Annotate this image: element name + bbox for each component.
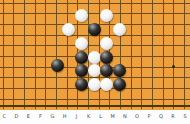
column-label: K bbox=[87, 113, 90, 119]
star-point bbox=[172, 65, 175, 68]
column-labels-strip: CDEFGHJKLMNOPQRS bbox=[0, 110, 190, 124]
column-label: F bbox=[39, 113, 42, 119]
grid-line-horizontal bbox=[0, 99, 190, 100]
white-stone[interactable] bbox=[75, 9, 88, 22]
grid-line-vertical bbox=[120, 0, 121, 109]
white-stone[interactable] bbox=[88, 51, 101, 64]
grid-line-vertical bbox=[3, 0, 4, 109]
grid-line-vertical bbox=[13, 0, 14, 109]
grid-line-vertical bbox=[24, 0, 25, 109]
column-label: Q bbox=[159, 113, 163, 119]
white-stone[interactable] bbox=[75, 37, 88, 50]
column-label: J bbox=[76, 113, 77, 119]
column-label: D bbox=[14, 113, 18, 119]
column-label: L bbox=[99, 113, 102, 119]
grid-line-vertical bbox=[131, 0, 132, 109]
black-stone[interactable] bbox=[113, 64, 126, 77]
column-label: M bbox=[111, 113, 115, 119]
black-stone[interactable] bbox=[100, 64, 113, 77]
board-bottom-edge bbox=[0, 105, 190, 107]
black-stone[interactable] bbox=[51, 59, 64, 72]
grid-line-horizontal bbox=[0, 13, 190, 14]
column-label: O bbox=[135, 113, 139, 119]
grid-line-vertical bbox=[163, 0, 164, 109]
white-stone[interactable] bbox=[100, 78, 113, 91]
grid-line-vertical bbox=[152, 0, 153, 109]
go-board[interactable] bbox=[0, 0, 190, 110]
grid-line-horizontal bbox=[0, 3, 190, 4]
white-stone[interactable] bbox=[88, 78, 101, 91]
black-stone[interactable] bbox=[75, 78, 88, 91]
column-label: N bbox=[123, 113, 127, 119]
column-label: R bbox=[171, 113, 174, 119]
black-stone[interactable] bbox=[88, 23, 101, 36]
column-label: S bbox=[183, 113, 186, 119]
grid-line-vertical bbox=[56, 0, 57, 109]
column-label: P bbox=[147, 113, 150, 119]
white-stone[interactable] bbox=[88, 64, 101, 77]
grid-line-vertical bbox=[184, 0, 185, 109]
column-label: G bbox=[51, 113, 55, 119]
grid-line-vertical bbox=[173, 0, 174, 109]
column-label: E bbox=[27, 113, 30, 119]
grid-line-vertical bbox=[35, 0, 36, 109]
screenshot-root: CDEFGHJKLMNOPQRS bbox=[0, 0, 190, 124]
black-stone[interactable] bbox=[100, 51, 113, 64]
white-stone[interactable] bbox=[62, 23, 75, 36]
black-stone[interactable] bbox=[75, 64, 88, 77]
white-stone[interactable] bbox=[113, 23, 126, 36]
grid-line-vertical bbox=[141, 0, 142, 109]
black-stone[interactable] bbox=[75, 51, 88, 64]
column-label: C bbox=[3, 113, 7, 119]
black-stone[interactable] bbox=[113, 78, 126, 91]
grid-line-vertical bbox=[67, 0, 68, 109]
grid-line-horizontal bbox=[0, 45, 190, 46]
column-label: H bbox=[63, 113, 67, 119]
white-stone[interactable] bbox=[100, 37, 113, 50]
grid-line-vertical bbox=[45, 0, 46, 109]
white-stone[interactable] bbox=[100, 9, 113, 22]
